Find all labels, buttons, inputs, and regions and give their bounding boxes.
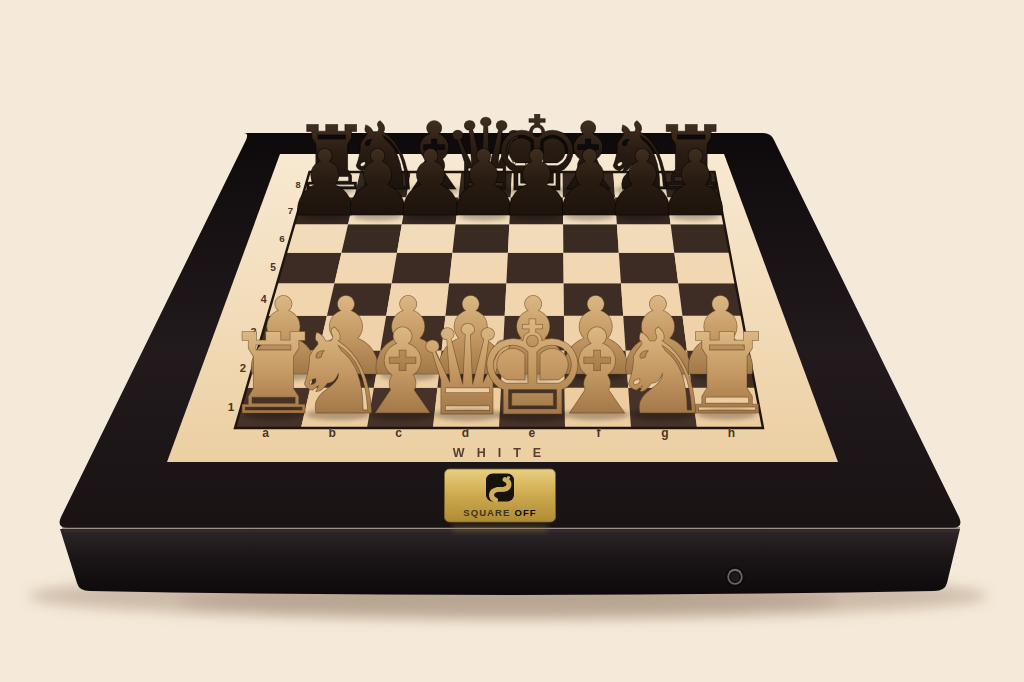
rank-label-5: 5 <box>270 262 276 273</box>
power-button[interactable] <box>725 567 745 587</box>
square-off-knight-logo-icon <box>486 474 514 502</box>
brand-plaque: SQUAREOFF <box>445 469 556 522</box>
piece-black-pawn-h7[interactable]: ♟ <box>654 130 736 237</box>
squareoff-board-scene: abcdefgh12345678BLACKWHITE SQUAREOFF ♜♞♝… <box>0 0 1024 682</box>
board-frame-front <box>60 529 960 595</box>
plaque-text: SQUAREOFF <box>463 507 537 518</box>
plaque-reflection <box>452 524 548 533</box>
board-photo-canvas: abcdefgh12345678BLACKWHITE SQUAREOFF ♜♞♝… <box>0 0 1024 682</box>
white-side-label: WHITE <box>453 446 553 460</box>
piece-white-rook-h1[interactable]: ♜ <box>677 309 777 439</box>
